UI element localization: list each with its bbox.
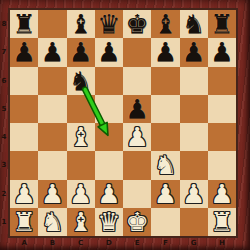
square-e5[interactable]: ♟: [123, 95, 151, 123]
square-b3[interactable]: [38, 151, 66, 179]
square-f4[interactable]: [151, 123, 179, 151]
square-d6[interactable]: [95, 67, 123, 95]
rank-label-1: 1: [0, 208, 8, 236]
piece-black-r-h8[interactable]: ♜: [210, 11, 233, 37]
piece-white-p-b2[interactable]: ♟: [41, 181, 64, 207]
square-a3[interactable]: [10, 151, 38, 179]
square-c2[interactable]: ♟: [67, 180, 95, 208]
square-c8[interactable]: ♝: [67, 10, 95, 38]
square-b8[interactable]: [38, 10, 66, 38]
square-f5[interactable]: [151, 95, 179, 123]
piece-black-p-h7[interactable]: ♟: [210, 39, 233, 65]
piece-white-b-c1[interactable]: ♝: [69, 209, 92, 235]
square-h5[interactable]: [208, 95, 236, 123]
square-h2[interactable]: ♟: [208, 180, 236, 208]
square-d4[interactable]: [95, 123, 123, 151]
piece-black-q-d8[interactable]: ♛: [97, 11, 120, 37]
piece-white-p-d2[interactable]: ♟: [97, 181, 120, 207]
file-label-f: F: [151, 237, 179, 249]
rank-label-6: 6: [0, 67, 8, 95]
square-g4[interactable]: [180, 123, 208, 151]
square-a6[interactable]: [10, 67, 38, 95]
square-c7[interactable]: ♟: [67, 38, 95, 66]
file-label-a: A: [10, 237, 38, 249]
rank-label-8: 8: [0, 10, 8, 38]
rank-label-5: 5: [0, 95, 8, 123]
square-d5[interactable]: [95, 95, 123, 123]
square-f7[interactable]: ♟: [151, 38, 179, 66]
piece-white-b-c4[interactable]: ♝: [69, 124, 92, 150]
piece-black-n-c6[interactable]: ♞: [69, 68, 92, 94]
square-e6[interactable]: [123, 67, 151, 95]
square-a8[interactable]: ♜: [10, 10, 38, 38]
piece-black-p-a7[interactable]: ♟: [12, 39, 35, 65]
piece-black-p-f7[interactable]: ♟: [154, 39, 177, 65]
rank-label-3: 3: [0, 151, 8, 179]
square-h1[interactable]: ♜: [208, 208, 236, 236]
piece-white-p-e4[interactable]: ♟: [125, 124, 148, 150]
square-b7[interactable]: ♟: [38, 38, 66, 66]
piece-white-n-b1[interactable]: ♞: [41, 209, 64, 235]
file-label-e: E: [123, 237, 151, 249]
square-d7[interactable]: ♟: [95, 38, 123, 66]
square-b6[interactable]: [38, 67, 66, 95]
square-g5[interactable]: [180, 95, 208, 123]
rank-label-2: 2: [0, 180, 8, 208]
piece-white-p-a2[interactable]: ♟: [12, 181, 35, 207]
square-b5[interactable]: [38, 95, 66, 123]
square-g2[interactable]: ♟: [180, 180, 208, 208]
square-e2[interactable]: [123, 180, 151, 208]
square-b2[interactable]: ♟: [38, 180, 66, 208]
square-g8[interactable]: ♞: [180, 10, 208, 38]
piece-black-n-g8[interactable]: ♞: [182, 11, 205, 37]
file-label-c: C: [67, 237, 95, 249]
file-label-d: D: [95, 237, 123, 249]
square-d3[interactable]: [95, 151, 123, 179]
file-label-g: G: [180, 237, 208, 249]
square-e3[interactable]: [123, 151, 151, 179]
piece-white-p-f2[interactable]: ♟: [154, 181, 177, 207]
square-g3[interactable]: [180, 151, 208, 179]
piece-black-k-e8[interactable]: ♚: [125, 11, 148, 37]
square-a5[interactable]: [10, 95, 38, 123]
rank-label-7: 7: [0, 38, 8, 66]
square-d8[interactable]: ♛: [95, 10, 123, 38]
piece-black-b-f8[interactable]: ♝: [154, 11, 177, 37]
rank-label-4: 4: [0, 123, 8, 151]
file-label-b: B: [38, 237, 66, 249]
square-h6[interactable]: [208, 67, 236, 95]
square-b4[interactable]: [38, 123, 66, 151]
file-label-h: H: [208, 237, 236, 249]
square-a7[interactable]: ♟: [10, 38, 38, 66]
square-h7[interactable]: ♟: [208, 38, 236, 66]
square-g1[interactable]: [180, 208, 208, 236]
square-d1[interactable]: ♛: [95, 208, 123, 236]
piece-white-p-g2[interactable]: ♟: [182, 181, 205, 207]
square-c3[interactable]: [67, 151, 95, 179]
piece-black-p-b7[interactable]: ♟: [41, 39, 64, 65]
piece-white-r-a1[interactable]: ♜: [12, 209, 35, 235]
square-a2[interactable]: ♟: [10, 180, 38, 208]
chess-board-frame: ♜♝♛♚♝♞♜♟♟♟♟♟♟♟♞♟♝♟♞♟♟♟♟♟♟♟♜♞♝♛♚♜ 8765432…: [0, 0, 250, 250]
square-g7[interactable]: ♟: [180, 38, 208, 66]
piece-black-r-a8[interactable]: ♜: [12, 11, 35, 37]
square-a4[interactable]: [10, 123, 38, 151]
piece-white-q-d1[interactable]: ♛: [97, 209, 120, 235]
piece-white-k-e1[interactable]: ♚: [125, 209, 148, 235]
square-a1[interactable]: ♜: [10, 208, 38, 236]
square-f2[interactable]: ♟: [151, 180, 179, 208]
square-c6[interactable]: ♞: [67, 67, 95, 95]
square-g6[interactable]: [180, 67, 208, 95]
square-f1[interactable]: [151, 208, 179, 236]
piece-white-r-h1[interactable]: ♜: [210, 209, 233, 235]
piece-black-p-e5[interactable]: ♟: [125, 96, 148, 122]
piece-black-p-c7[interactable]: ♟: [69, 39, 92, 65]
square-b1[interactable]: ♞: [38, 208, 66, 236]
piece-white-p-h2[interactable]: ♟: [210, 181, 233, 207]
piece-white-p-c2[interactable]: ♟: [69, 181, 92, 207]
square-e8[interactable]: ♚: [123, 10, 151, 38]
chess-board: ♜♝♛♚♝♞♜♟♟♟♟♟♟♟♞♟♝♟♞♟♟♟♟♟♟♟♜♞♝♛♚♜: [8, 8, 238, 238]
square-c1[interactable]: ♝: [67, 208, 95, 236]
square-h4[interactable]: [208, 123, 236, 151]
piece-black-p-g7[interactable]: ♟: [182, 39, 205, 65]
square-e1[interactable]: ♚: [123, 208, 151, 236]
square-c4[interactable]: ♝: [67, 123, 95, 151]
piece-white-n-f3[interactable]: ♞: [154, 152, 177, 178]
square-d2[interactable]: ♟: [95, 180, 123, 208]
square-e4[interactable]: ♟: [123, 123, 151, 151]
square-h8[interactable]: ♜: [208, 10, 236, 38]
square-f8[interactable]: ♝: [151, 10, 179, 38]
piece-black-p-d7[interactable]: ♟: [97, 39, 120, 65]
square-f6[interactable]: [151, 67, 179, 95]
square-e7[interactable]: [123, 38, 151, 66]
square-f3[interactable]: ♞: [151, 151, 179, 179]
square-c5[interactable]: [67, 95, 95, 123]
piece-black-b-c8[interactable]: ♝: [69, 11, 92, 37]
square-h3[interactable]: [208, 151, 236, 179]
